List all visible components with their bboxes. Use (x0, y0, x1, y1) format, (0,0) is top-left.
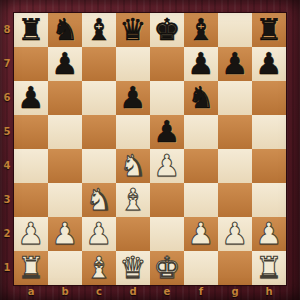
square-g1[interactable] (218, 251, 252, 285)
piece-white-pawn[interactable]: ♟ (184, 217, 218, 251)
square-g2[interactable]: ♟ (218, 217, 252, 251)
square-c4[interactable] (82, 149, 116, 183)
piece-black-bishop[interactable]: ♝ (82, 13, 116, 47)
square-d6[interactable]: ♟ (116, 81, 150, 115)
square-h3[interactable] (252, 183, 286, 217)
square-h2[interactable]: ♟ (252, 217, 286, 251)
square-e1[interactable]: ♚ (150, 251, 184, 285)
rank-label-5: 5 (0, 115, 14, 149)
piece-black-pawn[interactable]: ♟ (116, 81, 150, 115)
piece-black-queen[interactable]: ♛ (116, 13, 150, 47)
square-e5[interactable]: ♟ (150, 115, 184, 149)
square-a8[interactable]: ♜ (14, 13, 48, 47)
square-f2[interactable]: ♟ (184, 217, 218, 251)
piece-white-king[interactable]: ♚ (150, 251, 184, 285)
square-c8[interactable]: ♝ (82, 13, 116, 47)
rank-label-3: 3 (0, 183, 14, 217)
rank-label-1: 1 (0, 251, 14, 285)
file-label-e: e (150, 285, 184, 300)
square-h7[interactable]: ♟ (252, 47, 286, 81)
square-a3[interactable] (14, 183, 48, 217)
square-b3[interactable] (48, 183, 82, 217)
square-c7[interactable] (82, 47, 116, 81)
square-h4[interactable] (252, 149, 286, 183)
square-b8[interactable]: ♞ (48, 13, 82, 47)
piece-black-pawn[interactable]: ♟ (218, 47, 252, 81)
square-e8[interactable]: ♚ (150, 13, 184, 47)
piece-white-pawn[interactable]: ♟ (14, 217, 48, 251)
square-d7[interactable] (116, 47, 150, 81)
square-c5[interactable] (82, 115, 116, 149)
piece-black-pawn[interactable]: ♟ (48, 47, 82, 81)
piece-white-pawn[interactable]: ♟ (48, 217, 82, 251)
square-b5[interactable] (48, 115, 82, 149)
piece-black-pawn[interactable]: ♟ (252, 47, 286, 81)
square-h8[interactable]: ♜ (252, 13, 286, 47)
piece-white-knight[interactable]: ♞ (116, 149, 150, 183)
piece-black-bishop[interactable]: ♝ (184, 13, 218, 47)
square-h5[interactable] (252, 115, 286, 149)
rank-label-8: 8 (0, 13, 14, 47)
square-c6[interactable] (82, 81, 116, 115)
piece-black-rook[interactable]: ♜ (14, 13, 48, 47)
square-f1[interactable] (184, 251, 218, 285)
square-a5[interactable] (14, 115, 48, 149)
square-h6[interactable] (252, 81, 286, 115)
square-c1[interactable]: ♝ (82, 251, 116, 285)
piece-black-knight[interactable]: ♞ (48, 13, 82, 47)
file-label-g: g (218, 285, 252, 300)
square-g8[interactable] (218, 13, 252, 47)
piece-white-rook[interactable]: ♜ (14, 251, 48, 285)
square-b6[interactable] (48, 81, 82, 115)
piece-black-rook[interactable]: ♜ (252, 13, 286, 47)
square-a4[interactable] (14, 149, 48, 183)
square-g4[interactable] (218, 149, 252, 183)
square-b1[interactable] (48, 251, 82, 285)
piece-black-pawn[interactable]: ♟ (14, 81, 48, 115)
square-e7[interactable] (150, 47, 184, 81)
square-f3[interactable] (184, 183, 218, 217)
square-a2[interactable]: ♟ (14, 217, 48, 251)
piece-white-pawn[interactable]: ♟ (218, 217, 252, 251)
square-g5[interactable] (218, 115, 252, 149)
square-b2[interactable]: ♟ (48, 217, 82, 251)
piece-white-bishop[interactable]: ♝ (82, 251, 116, 285)
square-d5[interactable] (116, 115, 150, 149)
piece-white-pawn[interactable]: ♟ (252, 217, 286, 251)
file-label-d: d (116, 285, 150, 300)
square-h1[interactable]: ♜ (252, 251, 286, 285)
square-f7[interactable]: ♟ (184, 47, 218, 81)
square-g7[interactable]: ♟ (218, 47, 252, 81)
square-d8[interactable]: ♛ (116, 13, 150, 47)
file-label-h: h (252, 285, 286, 300)
piece-white-queen[interactable]: ♛ (116, 251, 150, 285)
piece-white-pawn[interactable]: ♟ (82, 217, 116, 251)
piece-black-king[interactable]: ♚ (150, 13, 184, 47)
square-f8[interactable]: ♝ (184, 13, 218, 47)
piece-white-rook[interactable]: ♜ (252, 251, 286, 285)
chess-board-frame: ♜♞♝♛♚♝♜♟♟♟♟♟♟♞♟♞♟♞♝♟♟♟♟♟♟♜♝♛♚♜ 87654321 … (0, 0, 300, 300)
square-d4[interactable]: ♞ (116, 149, 150, 183)
square-b7[interactable]: ♟ (48, 47, 82, 81)
rank-label-7: 7 (0, 47, 14, 81)
rank-label-2: 2 (0, 217, 14, 251)
piece-black-pawn[interactable]: ♟ (150, 115, 184, 149)
chess-board: ♜♞♝♛♚♝♜♟♟♟♟♟♟♞♟♞♟♞♝♟♟♟♟♟♟♜♝♛♚♜ (14, 13, 286, 285)
rank-label-6: 6 (0, 81, 14, 115)
square-a1[interactable]: ♜ (14, 251, 48, 285)
square-b4[interactable] (48, 149, 82, 183)
square-d3[interactable]: ♝ (116, 183, 150, 217)
square-f6[interactable]: ♞ (184, 81, 218, 115)
piece-white-pawn[interactable]: ♟ (150, 149, 184, 183)
square-g3[interactable] (218, 183, 252, 217)
square-a6[interactable]: ♟ (14, 81, 48, 115)
piece-black-knight[interactable]: ♞ (184, 81, 218, 115)
square-a7[interactable] (14, 47, 48, 81)
square-d2[interactable] (116, 217, 150, 251)
rank-label-4: 4 (0, 149, 14, 183)
square-e6[interactable] (150, 81, 184, 115)
piece-white-knight[interactable]: ♞ (82, 183, 116, 217)
square-e4[interactable]: ♟ (150, 149, 184, 183)
square-g6[interactable] (218, 81, 252, 115)
square-d1[interactable]: ♛ (116, 251, 150, 285)
square-e2[interactable] (150, 217, 184, 251)
file-label-f: f (184, 285, 218, 300)
square-c3[interactable]: ♞ (82, 183, 116, 217)
piece-white-bishop[interactable]: ♝ (116, 183, 150, 217)
piece-black-pawn[interactable]: ♟ (184, 47, 218, 81)
square-e3[interactable] (150, 183, 184, 217)
file-label-a: a (14, 285, 48, 300)
square-f4[interactable] (184, 149, 218, 183)
file-label-c: c (82, 285, 116, 300)
square-f5[interactable] (184, 115, 218, 149)
file-label-b: b (48, 285, 82, 300)
square-c2[interactable]: ♟ (82, 217, 116, 251)
